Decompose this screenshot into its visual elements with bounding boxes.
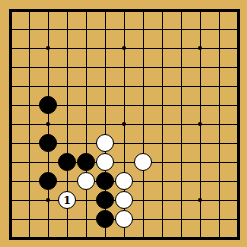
star-point bbox=[46, 46, 50, 50]
star-point bbox=[122, 122, 126, 126]
black-stone[interactable] bbox=[77, 153, 95, 171]
white-stone-move-1[interactable]: 1 bbox=[58, 191, 76, 209]
black-stone[interactable] bbox=[39, 96, 57, 114]
grid-line-horizontal bbox=[9, 162, 240, 163]
move-number-label: 1 bbox=[63, 195, 71, 206]
grid-line-horizontal bbox=[9, 237, 240, 240]
star-point bbox=[198, 198, 202, 202]
star-point bbox=[122, 46, 126, 50]
black-stone[interactable] bbox=[96, 191, 114, 209]
star-point bbox=[198, 46, 202, 50]
white-stone[interactable] bbox=[96, 153, 114, 171]
go-diagram: 1 bbox=[0, 0, 247, 247]
grid-line-vertical bbox=[219, 9, 220, 240]
white-stone[interactable] bbox=[77, 172, 95, 190]
white-stone[interactable] bbox=[96, 134, 114, 152]
black-stone[interactable] bbox=[58, 153, 76, 171]
go-board[interactable]: 1 bbox=[0, 0, 247, 247]
grid-line-vertical bbox=[143, 9, 144, 240]
star-point bbox=[198, 122, 202, 126]
black-stone[interactable] bbox=[96, 210, 114, 228]
black-stone[interactable] bbox=[39, 172, 57, 190]
white-stone[interactable] bbox=[134, 153, 152, 171]
star-point bbox=[46, 122, 50, 126]
black-stone[interactable] bbox=[39, 134, 57, 152]
black-stone[interactable] bbox=[96, 172, 114, 190]
white-stone[interactable] bbox=[115, 191, 133, 209]
white-stone[interactable] bbox=[115, 210, 133, 228]
grid-line-vertical bbox=[181, 9, 182, 240]
grid-line-vertical bbox=[162, 9, 163, 240]
grid-line-vertical bbox=[237, 9, 240, 240]
white-stone[interactable] bbox=[115, 172, 133, 190]
star-point bbox=[46, 198, 50, 202]
